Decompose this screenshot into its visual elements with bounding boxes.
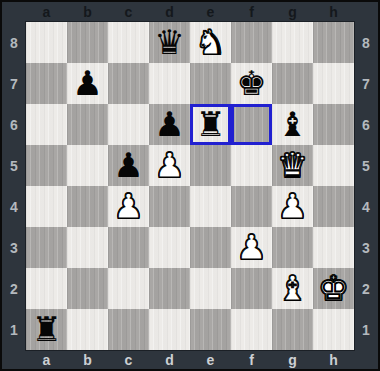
rank-label-7: 7 [354, 63, 378, 104]
file-label-g: g [272, 350, 313, 369]
square-f8[interactable] [231, 22, 272, 63]
square-a6[interactable] [26, 104, 67, 145]
square-e8[interactable]: ♞ [190, 22, 231, 63]
square-d5[interactable]: ♟ [149, 145, 190, 186]
square-h3[interactable] [313, 227, 354, 268]
square-d2[interactable] [149, 268, 190, 309]
rank-label-3: 3 [354, 227, 378, 268]
rank-label-1: 1 [354, 309, 378, 350]
black-rook: ♜ [190, 104, 231, 145]
square-e3[interactable] [190, 227, 231, 268]
square-g7[interactable] [272, 63, 313, 104]
black-pawn: ♟ [108, 145, 149, 186]
square-f6[interactable] [231, 104, 272, 145]
square-f5[interactable] [231, 145, 272, 186]
file-labels-top: abcdefgh [26, 2, 354, 22]
white-pawn: ♟ [108, 186, 149, 227]
rank-label-3: 3 [2, 227, 26, 268]
file-label-e: e [190, 2, 231, 22]
square-b7[interactable]: ♟ [67, 63, 108, 104]
square-g8[interactable] [272, 22, 313, 63]
square-h7[interactable] [313, 63, 354, 104]
square-g6[interactable]: ♝ [272, 104, 313, 145]
square-c1[interactable] [108, 309, 149, 350]
rank-label-2: 2 [354, 268, 378, 309]
square-f2[interactable] [231, 268, 272, 309]
rank-labels-right: 87654321 [354, 22, 378, 350]
rank-labels-left: 87654321 [2, 22, 26, 350]
white-pawn: ♟ [231, 227, 272, 268]
file-label-b: b [67, 2, 108, 22]
rank-label-4: 4 [354, 186, 378, 227]
square-b8[interactable] [67, 22, 108, 63]
square-g1[interactable] [272, 309, 313, 350]
file-label-a: a [26, 350, 67, 369]
rank-label-1: 1 [2, 309, 26, 350]
square-c8[interactable] [108, 22, 149, 63]
square-d4[interactable] [149, 186, 190, 227]
rank-label-2: 2 [2, 268, 26, 309]
black-bishop: ♝ [272, 104, 313, 145]
file-label-c: c [108, 2, 149, 22]
rank-label-8: 8 [2, 22, 26, 63]
square-e4[interactable] [190, 186, 231, 227]
square-d7[interactable] [149, 63, 190, 104]
square-b1[interactable] [67, 309, 108, 350]
square-h4[interactable] [313, 186, 354, 227]
square-c2[interactable] [108, 268, 149, 309]
file-label-c: c [108, 350, 149, 369]
square-b5[interactable] [67, 145, 108, 186]
square-c6[interactable] [108, 104, 149, 145]
file-label-f: f [231, 350, 272, 369]
square-c7[interactable] [108, 63, 149, 104]
square-a7[interactable] [26, 63, 67, 104]
square-c3[interactable] [108, 227, 149, 268]
rank-label-4: 4 [2, 186, 26, 227]
black-pawn: ♟ [149, 104, 190, 145]
square-g2[interactable]: ♝ [272, 268, 313, 309]
chess-diagram: abcdefgh 87654321 ♛♞♟♚♟♜♝♟♟♛♟♟♟♝♚♜ 87654… [0, 0, 380, 371]
square-g3[interactable] [272, 227, 313, 268]
square-g4[interactable]: ♟ [272, 186, 313, 227]
rank-label-7: 7 [2, 63, 26, 104]
white-king: ♚ [313, 268, 354, 309]
square-h2[interactable]: ♚ [313, 268, 354, 309]
square-c5[interactable]: ♟ [108, 145, 149, 186]
square-e7[interactable] [190, 63, 231, 104]
square-b6[interactable] [67, 104, 108, 145]
file-label-a: a [26, 2, 67, 22]
square-d1[interactable] [149, 309, 190, 350]
rank-label-5: 5 [354, 145, 378, 186]
square-f3[interactable]: ♟ [231, 227, 272, 268]
square-g5[interactable]: ♛ [272, 145, 313, 186]
square-h5[interactable] [313, 145, 354, 186]
file-label-d: d [149, 2, 190, 22]
square-c4[interactable]: ♟ [108, 186, 149, 227]
rank-label-8: 8 [354, 22, 378, 63]
square-b3[interactable] [67, 227, 108, 268]
file-labels-bottom: abcdefgh [26, 350, 354, 369]
white-queen: ♛ [272, 145, 313, 186]
file-label-d: d [149, 350, 190, 369]
square-a3[interactable] [26, 227, 67, 268]
chess-board: ♛♞♟♚♟♜♝♟♟♛♟♟♟♝♚♜ [26, 22, 354, 350]
file-label-e: e [190, 350, 231, 369]
square-e5[interactable] [190, 145, 231, 186]
white-pawn: ♟ [149, 145, 190, 186]
file-label-f: f [231, 2, 272, 22]
square-e6[interactable]: ♜ [190, 104, 231, 145]
square-a1[interactable]: ♜ [26, 309, 67, 350]
square-b4[interactable] [67, 186, 108, 227]
square-d3[interactable] [149, 227, 190, 268]
square-b2[interactable] [67, 268, 108, 309]
square-h6[interactable] [313, 104, 354, 145]
file-label-h: h [313, 350, 354, 369]
black-queen: ♛ [149, 22, 190, 63]
square-a8[interactable] [26, 22, 67, 63]
file-label-g: g [272, 2, 313, 22]
file-label-h: h [313, 2, 354, 22]
file-label-b: b [67, 350, 108, 369]
square-a2[interactable] [26, 268, 67, 309]
square-e1[interactable] [190, 309, 231, 350]
black-pawn: ♟ [67, 63, 108, 104]
square-a5[interactable] [26, 145, 67, 186]
black-king: ♚ [231, 63, 272, 104]
square-e2[interactable] [190, 268, 231, 309]
square-h1[interactable] [313, 309, 354, 350]
square-d8[interactable]: ♛ [149, 22, 190, 63]
square-a4[interactable] [26, 186, 67, 227]
square-f4[interactable] [231, 186, 272, 227]
black-rook: ♜ [26, 309, 67, 350]
white-bishop: ♝ [272, 268, 313, 309]
square-d6[interactable]: ♟ [149, 104, 190, 145]
square-f1[interactable] [231, 309, 272, 350]
square-h8[interactable] [313, 22, 354, 63]
white-knight: ♞ [190, 22, 231, 63]
rank-label-6: 6 [354, 104, 378, 145]
rank-label-5: 5 [2, 145, 26, 186]
white-pawn: ♟ [272, 186, 313, 227]
rank-label-6: 6 [2, 104, 26, 145]
square-f7[interactable]: ♚ [231, 63, 272, 104]
